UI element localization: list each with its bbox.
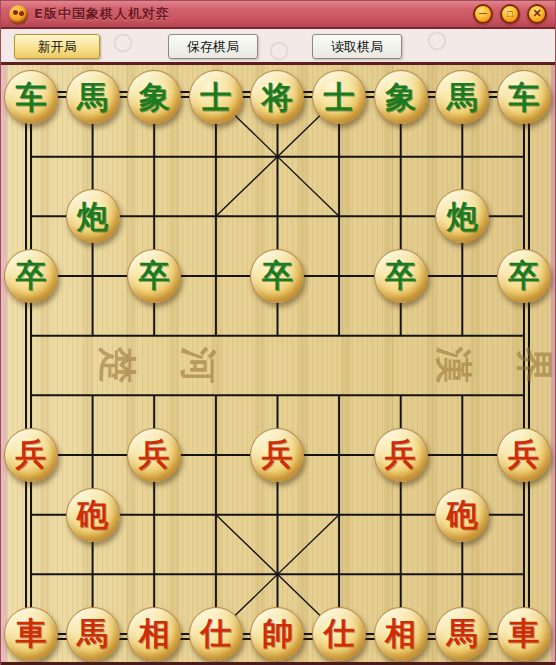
toolbar: 新开局 保存棋局 读取棋局: [1, 29, 555, 65]
close-button[interactable]: ✕: [527, 4, 547, 24]
piece-red-6-2[interactable]: 兵: [127, 428, 181, 482]
maximize-icon: □: [507, 10, 512, 19]
piece-red-9-1[interactable]: 馬: [66, 607, 120, 661]
piece-red-6-6[interactable]: 兵: [374, 428, 428, 482]
piece-black-3-0[interactable]: 卒: [4, 249, 58, 303]
piece-red-7-7[interactable]: 砲: [435, 488, 489, 542]
piece-black-0-5[interactable]: 士: [312, 70, 366, 124]
piece-black-3-6[interactable]: 卒: [374, 249, 428, 303]
piece-red-9-2[interactable]: 相: [127, 607, 181, 661]
app-window: E版中国象棋人机对弈 ─ □ ✕ 新开局 保存棋局 读取棋局: [0, 0, 556, 665]
piece-red-9-7[interactable]: 馬: [435, 607, 489, 661]
piece-black-2-7[interactable]: 炮: [435, 189, 489, 243]
piece-red-6-8[interactable]: 兵: [497, 428, 551, 482]
piece-black-0-0[interactable]: 车: [4, 70, 58, 124]
piece-black-2-1[interactable]: 炮: [66, 189, 120, 243]
maximize-button[interactable]: □: [500, 4, 520, 24]
piece-red-9-6[interactable]: 相: [374, 607, 428, 661]
piece-black-0-7[interactable]: 馬: [435, 70, 489, 124]
window-controls: ─ □ ✕: [473, 4, 549, 24]
board-frame: 楚河 漢界 车馬象士将士象馬车炮炮卒卒卒卒卒兵兵兵兵兵砲砲車馬相仕帥仕相馬車: [1, 65, 555, 665]
piece-red-9-5[interactable]: 仕: [312, 607, 366, 661]
piece-black-0-2[interactable]: 象: [127, 70, 181, 124]
piece-black-0-3[interactable]: 士: [189, 70, 243, 124]
piece-red-7-1[interactable]: 砲: [66, 488, 120, 542]
piece-black-0-1[interactable]: 馬: [66, 70, 120, 124]
piece-black-0-6[interactable]: 象: [374, 70, 428, 124]
save-game-button[interactable]: 保存棋局: [168, 34, 258, 59]
piece-black-3-4[interactable]: 卒: [250, 249, 304, 303]
new-game-button[interactable]: 新开局: [14, 34, 100, 59]
xiangqi-board[interactable]: 楚河 漢界 车馬象士将士象馬车炮炮卒卒卒卒卒兵兵兵兵兵砲砲車馬相仕帥仕相馬車: [7, 65, 551, 662]
piece-red-6-0[interactable]: 兵: [4, 428, 58, 482]
close-icon: ✕: [532, 8, 541, 19]
piece-black-3-8[interactable]: 卒: [497, 249, 551, 303]
minimize-button[interactable]: ─: [473, 4, 493, 24]
piece-black-3-2[interactable]: 卒: [127, 249, 181, 303]
title-bar[interactable]: E版中国象棋人机对弈 ─ □ ✕: [1, 1, 555, 29]
pieces-layer: 车馬象士将士象馬车炮炮卒卒卒卒卒兵兵兵兵兵砲砲車馬相仕帥仕相馬車: [1, 67, 555, 664]
minimize-icon: ─: [479, 8, 487, 19]
piece-red-9-3[interactable]: 仕: [189, 607, 243, 661]
piece-black-0-4[interactable]: 将: [250, 70, 304, 124]
piece-red-9-0[interactable]: 車: [4, 607, 58, 661]
piece-red-9-8[interactable]: 車: [497, 607, 551, 661]
piece-red-9-4[interactable]: 帥: [250, 607, 304, 661]
load-game-button[interactable]: 读取棋局: [312, 34, 402, 59]
piece-red-6-4[interactable]: 兵: [250, 428, 304, 482]
app-icon: [9, 5, 28, 24]
window-title: E版中国象棋人机对弈: [34, 5, 170, 23]
piece-black-0-8[interactable]: 车: [497, 70, 551, 124]
